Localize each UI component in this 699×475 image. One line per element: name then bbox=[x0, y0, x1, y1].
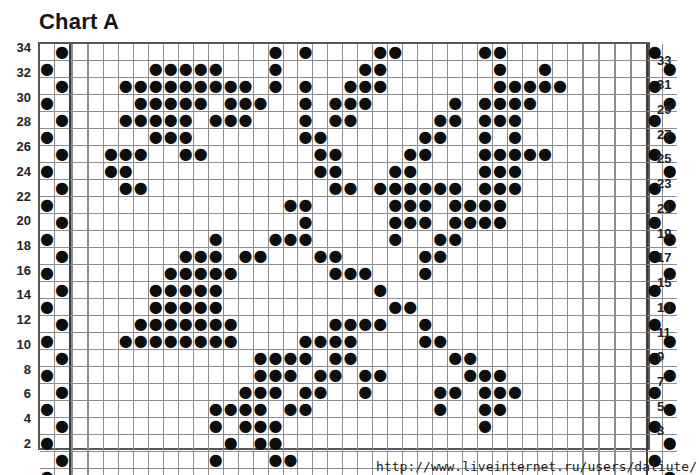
grid-cell: ● bbox=[477, 111, 492, 128]
grid-cell bbox=[327, 281, 342, 298]
grid-cell bbox=[417, 417, 432, 434]
grid-cell bbox=[402, 366, 417, 383]
grid-cell bbox=[40, 417, 54, 434]
grid-cell bbox=[417, 434, 432, 451]
grid-cell bbox=[268, 162, 283, 179]
grid-cell bbox=[88, 298, 103, 315]
grid-cell bbox=[238, 298, 253, 315]
grid-cell: ● bbox=[327, 315, 342, 332]
grid-cell bbox=[599, 281, 614, 298]
grid-cell bbox=[631, 383, 646, 400]
grid-cell bbox=[178, 383, 193, 400]
grid-cell bbox=[238, 315, 253, 332]
grid-cell bbox=[208, 383, 223, 400]
grid-cell bbox=[72, 111, 87, 128]
grid-cell bbox=[447, 128, 462, 145]
grid-cell: ● bbox=[148, 315, 163, 332]
grid-cell bbox=[342, 434, 357, 451]
grid-cell bbox=[163, 349, 178, 366]
grid-cell: ● bbox=[208, 298, 223, 315]
grid-cell: ● bbox=[417, 213, 432, 230]
grid-cell: ● bbox=[477, 196, 492, 213]
grid-cell bbox=[372, 230, 387, 247]
grid-cell bbox=[599, 247, 614, 264]
grid-cell bbox=[537, 349, 552, 366]
filled-dot: ● bbox=[463, 197, 477, 213]
grid-cell bbox=[631, 298, 646, 315]
grid-cell bbox=[477, 60, 492, 77]
grid-cell bbox=[631, 145, 646, 162]
grid-cell bbox=[72, 417, 87, 434]
grid-cell bbox=[615, 366, 630, 383]
grid-cell: ● bbox=[54, 349, 69, 366]
grid-cell bbox=[432, 417, 447, 434]
grid-cell bbox=[40, 451, 54, 468]
grid-cell bbox=[103, 315, 118, 332]
grid-cell: ● bbox=[148, 281, 163, 298]
grid-cell bbox=[492, 264, 507, 281]
filled-dot: ● bbox=[239, 78, 253, 94]
filled-dot: ● bbox=[328, 248, 342, 264]
filled-dot: ● bbox=[209, 401, 223, 417]
grid-cell bbox=[253, 332, 268, 349]
grid-cell bbox=[133, 264, 148, 281]
grid-cell bbox=[178, 230, 193, 247]
grid-cell bbox=[118, 213, 133, 230]
filled-dot: ● bbox=[493, 401, 507, 417]
grid-cell bbox=[148, 247, 163, 264]
grid-cell bbox=[193, 179, 208, 196]
grid-cell: ● bbox=[163, 315, 178, 332]
grid-cell bbox=[88, 247, 103, 264]
grid-cell bbox=[268, 468, 283, 475]
grid-cell: ● bbox=[238, 111, 253, 128]
chart-grid: ●●●●●●●●●●●●●●●●●●●●●●●●●●●●●●●●●●●●●●●●… bbox=[38, 42, 650, 450]
grid-cell bbox=[507, 230, 522, 247]
grid-cell bbox=[447, 145, 462, 162]
filled-dot: ● bbox=[224, 333, 238, 349]
grid-cell bbox=[583, 128, 598, 145]
filled-dot: ● bbox=[179, 333, 193, 349]
grid-cell bbox=[357, 468, 372, 475]
row-label-11: 11 bbox=[657, 326, 683, 340]
grid-cell: ● bbox=[492, 196, 507, 213]
grid-cell: ● bbox=[54, 44, 69, 60]
grid-cell bbox=[253, 213, 268, 230]
filled-dot: ● bbox=[478, 401, 492, 417]
grid-cell bbox=[552, 44, 567, 60]
grid-cell bbox=[507, 264, 522, 281]
grid-cell bbox=[268, 281, 283, 298]
grid-cell: ● bbox=[148, 111, 163, 128]
grid-cell bbox=[477, 264, 492, 281]
filled-dot: ● bbox=[373, 61, 387, 77]
grid-cell: ● bbox=[327, 94, 342, 111]
grid-cell bbox=[631, 247, 646, 264]
row-label-34: 34 bbox=[5, 41, 31, 55]
grid-cell bbox=[522, 44, 537, 60]
grid-cell bbox=[372, 247, 387, 264]
grid-cell: ● bbox=[312, 383, 327, 400]
grid-cell bbox=[372, 383, 387, 400]
grid-cell: ● bbox=[372, 315, 387, 332]
filled-dot: ● bbox=[254, 95, 268, 111]
grid-cell bbox=[72, 196, 87, 213]
grid-cell: ● bbox=[297, 383, 312, 400]
filled-dot: ● bbox=[478, 197, 492, 213]
grid-cell bbox=[148, 417, 163, 434]
grid-cell: ● bbox=[522, 94, 537, 111]
grid-cell: ● bbox=[357, 264, 372, 281]
grid-cell bbox=[253, 315, 268, 332]
filled-dot: ● bbox=[269, 350, 283, 366]
filled-dot: ● bbox=[358, 95, 372, 111]
filled-dot: ● bbox=[149, 112, 163, 128]
grid-cell: ● bbox=[40, 298, 54, 315]
filled-dot: ● bbox=[493, 384, 507, 400]
grid-cell: ● bbox=[357, 366, 372, 383]
grid-cell bbox=[387, 332, 402, 349]
row-label-7: 7 bbox=[657, 375, 683, 389]
grid-cell bbox=[72, 383, 87, 400]
filled-dot: ● bbox=[493, 61, 507, 77]
grid-cell: ● bbox=[268, 451, 283, 468]
grid-cell bbox=[537, 264, 552, 281]
grid-cell bbox=[599, 366, 614, 383]
grid-cell bbox=[342, 298, 357, 315]
grid-cell bbox=[492, 230, 507, 247]
grid-cell bbox=[522, 264, 537, 281]
grid-cell bbox=[631, 417, 646, 434]
grid-cell bbox=[88, 468, 103, 475]
filled-dot: ● bbox=[553, 78, 567, 94]
grid-cell: ● bbox=[268, 366, 283, 383]
grid-cell: ● bbox=[297, 349, 312, 366]
grid-cell: ● bbox=[148, 332, 163, 349]
filled-dot: ● bbox=[373, 78, 387, 94]
grid-cell bbox=[522, 213, 537, 230]
grid-cell bbox=[522, 366, 537, 383]
filled-dot: ● bbox=[313, 367, 327, 383]
filled-dot: ● bbox=[284, 401, 298, 417]
grid-cell bbox=[357, 332, 372, 349]
grid-cell: ● bbox=[402, 298, 417, 315]
grid-cell bbox=[118, 468, 133, 475]
grid-cell bbox=[372, 332, 387, 349]
grid-cell: ● bbox=[118, 145, 133, 162]
grid-cell: ● bbox=[477, 400, 492, 417]
filled-dot: ● bbox=[388, 231, 402, 247]
grid-cell: ● bbox=[447, 111, 462, 128]
grid-cell bbox=[583, 94, 598, 111]
grid-cell bbox=[88, 179, 103, 196]
filled-dot: ● bbox=[209, 112, 223, 128]
row-label-3: 3 bbox=[657, 424, 683, 438]
grid-cell bbox=[537, 366, 552, 383]
grid-cell bbox=[402, 247, 417, 264]
grid-cell bbox=[40, 383, 54, 400]
grid-cell bbox=[615, 111, 630, 128]
grid-cell bbox=[372, 145, 387, 162]
grid-cell bbox=[312, 264, 327, 281]
grid-cell bbox=[297, 60, 312, 77]
grid-cell bbox=[357, 213, 372, 230]
grid-cell: ● bbox=[40, 468, 54, 475]
grid-cell bbox=[447, 162, 462, 179]
grid-cell: ● bbox=[193, 77, 208, 94]
grid-cell: ● bbox=[492, 77, 507, 94]
grid-cell bbox=[223, 213, 238, 230]
grid-cell bbox=[462, 315, 477, 332]
grid-cell: ● bbox=[208, 111, 223, 128]
grid-cell bbox=[72, 400, 87, 417]
grid-cell bbox=[615, 383, 630, 400]
grid-cell bbox=[402, 94, 417, 111]
grid-cell bbox=[223, 298, 238, 315]
filled-dot: ● bbox=[224, 265, 238, 281]
filled-dot: ● bbox=[433, 401, 447, 417]
grid-cell bbox=[567, 94, 582, 111]
grid-cell: ● bbox=[283, 451, 298, 468]
filled-dot: ● bbox=[388, 299, 402, 315]
filled-dot: ● bbox=[209, 418, 223, 434]
filled-dot: ● bbox=[179, 78, 193, 94]
grid-cell bbox=[193, 111, 208, 128]
filled-dot: ● bbox=[493, 214, 507, 230]
grid-cell bbox=[402, 111, 417, 128]
grid-cell: ● bbox=[193, 145, 208, 162]
grid-cell bbox=[163, 417, 178, 434]
grid-cell: ● bbox=[54, 111, 69, 128]
grid-cell bbox=[462, 162, 477, 179]
grid-cell bbox=[417, 94, 432, 111]
grid-cell bbox=[615, 332, 630, 349]
grid-cell bbox=[253, 111, 268, 128]
grid-cell bbox=[615, 400, 630, 417]
grid-cell bbox=[583, 111, 598, 128]
grid-cell bbox=[402, 383, 417, 400]
grid-cell: ● bbox=[477, 366, 492, 383]
grid-cell bbox=[432, 349, 447, 366]
grid-cell bbox=[238, 281, 253, 298]
grid-cell bbox=[312, 44, 327, 60]
grid-cell: ● bbox=[432, 111, 447, 128]
row-label-31: 31 bbox=[657, 78, 683, 92]
grid-cell bbox=[327, 230, 342, 247]
grid-cell: ● bbox=[462, 349, 477, 366]
grid-cell: ● bbox=[327, 332, 342, 349]
grid-cell bbox=[387, 60, 402, 77]
filled-dot: ● bbox=[388, 163, 402, 179]
grid-cell bbox=[537, 315, 552, 332]
grid-cell bbox=[163, 230, 178, 247]
grid-cell: ● bbox=[507, 94, 522, 111]
grid-cell bbox=[599, 145, 614, 162]
filled-dot: ● bbox=[493, 163, 507, 179]
grid-cell bbox=[208, 179, 223, 196]
grid-cell: ● bbox=[54, 383, 69, 400]
grid-cell bbox=[432, 44, 447, 60]
grid-cell bbox=[537, 417, 552, 434]
grid-cell bbox=[54, 196, 69, 213]
grid-cell bbox=[72, 332, 87, 349]
filled-dot: ● bbox=[239, 418, 253, 434]
grid-cell: ● bbox=[432, 332, 447, 349]
grid-cell: ● bbox=[297, 400, 312, 417]
grid-cell bbox=[537, 298, 552, 315]
filled-dot: ● bbox=[418, 248, 432, 264]
grid-cell bbox=[133, 60, 148, 77]
row-label-5: 5 bbox=[657, 400, 683, 414]
row-label-8: 8 bbox=[5, 363, 31, 377]
grid-cell bbox=[312, 196, 327, 213]
grid-cell bbox=[387, 264, 402, 281]
grid-cell bbox=[432, 94, 447, 111]
row-label-33: 33 bbox=[657, 54, 683, 68]
grid-cell: ● bbox=[193, 315, 208, 332]
grid-cell bbox=[312, 60, 327, 77]
grid-cell bbox=[567, 230, 582, 247]
grid-cell bbox=[88, 162, 103, 179]
grid-cell: ● bbox=[268, 77, 283, 94]
grid-cell bbox=[507, 434, 522, 451]
grid-cell bbox=[118, 417, 133, 434]
grid-cell: ● bbox=[387, 196, 402, 213]
grid-cell: ● bbox=[178, 298, 193, 315]
grid-cell bbox=[268, 332, 283, 349]
grid-cell bbox=[357, 179, 372, 196]
filled-dot: ● bbox=[343, 112, 357, 128]
filled-dot: ● bbox=[254, 350, 268, 366]
grid-cell: ● bbox=[417, 315, 432, 332]
filled-dot: ● bbox=[224, 78, 238, 94]
filled-dot: ● bbox=[284, 350, 298, 366]
grid-cell bbox=[238, 162, 253, 179]
grid-cell: ● bbox=[477, 179, 492, 196]
grid-cell bbox=[133, 451, 148, 468]
grid-cell bbox=[312, 451, 327, 468]
grid-cell: ● bbox=[193, 60, 208, 77]
grid-cell bbox=[223, 128, 238, 145]
grid-cell: ● bbox=[238, 400, 253, 417]
grid-cell: ● bbox=[208, 417, 223, 434]
grid-cell bbox=[387, 281, 402, 298]
grid-cell bbox=[163, 213, 178, 230]
grid-cell bbox=[342, 128, 357, 145]
filled-dot: ● bbox=[358, 61, 372, 77]
grid-cell bbox=[312, 77, 327, 94]
grid-cell bbox=[88, 451, 103, 468]
filled-dot: ● bbox=[254, 384, 268, 400]
grid-cell bbox=[615, 60, 630, 77]
grid-cell bbox=[72, 451, 87, 468]
grid-cell bbox=[631, 94, 646, 111]
grid-cell: ● bbox=[133, 111, 148, 128]
grid-cell: ● bbox=[163, 281, 178, 298]
grid-cell: ● bbox=[357, 383, 372, 400]
filled-dot: ● bbox=[358, 384, 372, 400]
grid-cell bbox=[507, 417, 522, 434]
filled-dot: ● bbox=[403, 197, 417, 213]
grid-cell bbox=[283, 128, 298, 145]
grid-cell bbox=[223, 247, 238, 264]
filled-dot: ● bbox=[224, 112, 238, 128]
row-label-18: 18 bbox=[5, 239, 31, 253]
row-label-23: 23 bbox=[657, 177, 683, 191]
grid-cell bbox=[567, 44, 582, 60]
grid-cell bbox=[253, 179, 268, 196]
grid-cell: ● bbox=[417, 179, 432, 196]
grid-cell: ● bbox=[297, 77, 312, 94]
filled-dot: ● bbox=[149, 316, 163, 332]
grid-cell bbox=[40, 179, 54, 196]
grid-cell bbox=[88, 349, 103, 366]
grid-cell: ● bbox=[163, 298, 178, 315]
grid-cell: ● bbox=[283, 400, 298, 417]
grid-cell: ● bbox=[283, 366, 298, 383]
filled-dot: ● bbox=[328, 146, 342, 162]
grid-cell: ● bbox=[447, 383, 462, 400]
grid-cell bbox=[148, 366, 163, 383]
grid-cell bbox=[103, 417, 118, 434]
grid-cell bbox=[615, 179, 630, 196]
grid-cell bbox=[615, 298, 630, 315]
grid-cell bbox=[417, 77, 432, 94]
filled-dot: ● bbox=[194, 78, 208, 94]
grid-cell: ● bbox=[118, 332, 133, 349]
grid-cell bbox=[223, 44, 238, 60]
filled-dot: ● bbox=[343, 350, 357, 366]
grid-cell bbox=[208, 94, 223, 111]
grid-cell bbox=[208, 162, 223, 179]
grid-cell bbox=[283, 468, 298, 475]
grid-cell: ● bbox=[537, 145, 552, 162]
grid-cell bbox=[208, 434, 223, 451]
grid-cell bbox=[312, 281, 327, 298]
grid-cell bbox=[631, 400, 646, 417]
row-label-25: 25 bbox=[657, 152, 683, 166]
grid-cell: ● bbox=[208, 264, 223, 281]
grid-cell: ● bbox=[312, 366, 327, 383]
grid-cell bbox=[208, 128, 223, 145]
filled-dot: ● bbox=[134, 95, 148, 111]
grid-cell bbox=[72, 94, 87, 111]
filled-dot: ● bbox=[418, 265, 432, 281]
filled-dot: ● bbox=[328, 180, 342, 196]
grid-cell bbox=[567, 179, 582, 196]
filled-dot: ● bbox=[508, 95, 522, 111]
grid-cell: ● bbox=[342, 111, 357, 128]
grid-cell bbox=[372, 94, 387, 111]
grid-cell: ● bbox=[54, 247, 69, 264]
filled-dot: ● bbox=[209, 248, 223, 264]
grid-cell bbox=[477, 349, 492, 366]
grid-cell: ● bbox=[268, 349, 283, 366]
grid-cell bbox=[615, 434, 630, 451]
grid-cell: ● bbox=[402, 162, 417, 179]
grid-cell bbox=[567, 196, 582, 213]
grid-cell: ● bbox=[133, 77, 148, 94]
grid-cell bbox=[583, 366, 598, 383]
grid-cell bbox=[312, 417, 327, 434]
chart-title: Chart A bbox=[39, 9, 119, 35]
grid-cell bbox=[583, 162, 598, 179]
grid-cell: ● bbox=[387, 162, 402, 179]
grid-cell bbox=[492, 332, 507, 349]
grid-cell bbox=[522, 60, 537, 77]
grid-cell bbox=[615, 230, 630, 247]
grid-cell bbox=[342, 162, 357, 179]
